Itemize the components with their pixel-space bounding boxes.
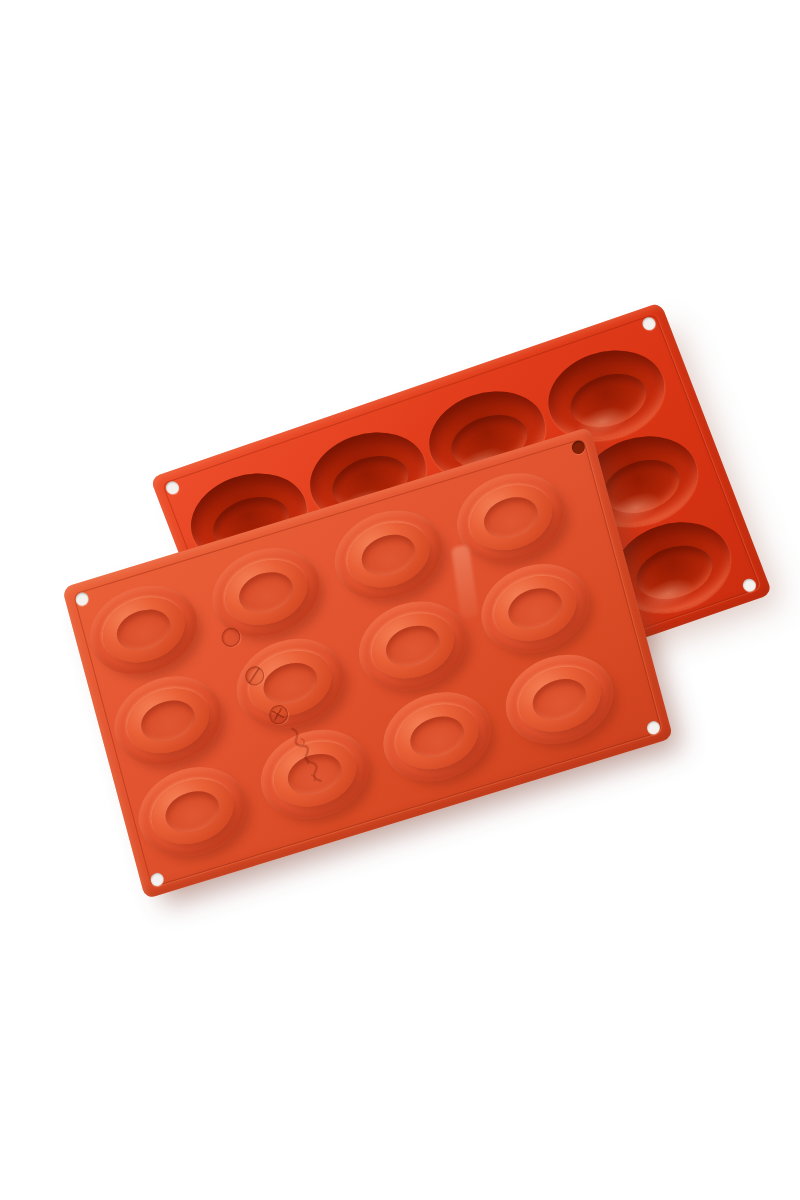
mold-dome <box>80 572 207 687</box>
mold-dome <box>227 626 354 741</box>
corner-hole-icon <box>164 480 181 496</box>
mold-dome <box>471 551 598 666</box>
product-photo-scene <box>0 0 800 1200</box>
mold-dome <box>104 663 231 778</box>
corner-hole-icon <box>646 719 662 735</box>
silicone-mold-front-underside <box>62 427 673 900</box>
mold-dome <box>373 679 500 794</box>
corner-hole-icon <box>570 439 586 455</box>
mold-dome <box>496 642 623 757</box>
mold-dome <box>129 754 256 869</box>
mold-dome <box>349 588 476 703</box>
corner-hole-icon <box>74 591 90 607</box>
corner-hole-icon <box>149 871 165 887</box>
corner-hole-icon <box>741 577 758 593</box>
corner-hole-icon <box>641 315 658 331</box>
mold-dome <box>325 497 452 612</box>
